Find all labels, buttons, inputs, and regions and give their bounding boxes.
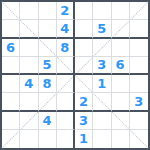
cell-r4c8[interactable]: [130, 57, 148, 75]
cell-r6c3[interactable]: [39, 93, 57, 111]
sudoku-board: 2456853648123431: [0, 0, 150, 150]
cell-r2c5[interactable]: [75, 20, 93, 38]
cell-r7c2[interactable]: [20, 112, 38, 130]
cell-r6c2[interactable]: [20, 93, 38, 111]
cell-r5c7[interactable]: [112, 75, 130, 93]
cell-r2c6[interactable]: 5: [93, 20, 111, 38]
cell-r1c3[interactable]: [39, 2, 57, 20]
cell-r3c1[interactable]: 6: [2, 39, 20, 57]
cell-r1c6[interactable]: [93, 2, 111, 20]
cell-r7c5[interactable]: 3: [75, 112, 93, 130]
cell-r5c2[interactable]: 4: [20, 75, 38, 93]
cell-r6c8[interactable]: 3: [130, 93, 148, 111]
cell-r4c7[interactable]: 6: [112, 57, 130, 75]
cell-r4c5[interactable]: [75, 57, 93, 75]
cell-r3c8[interactable]: [130, 39, 148, 57]
cell-r4c6[interactable]: 3: [93, 57, 111, 75]
cell-r3c7[interactable]: [112, 39, 130, 57]
cell-r8c8[interactable]: [130, 130, 148, 148]
cell-r8c4[interactable]: [57, 130, 75, 148]
cell-r7c6[interactable]: [93, 112, 111, 130]
cell-r7c1[interactable]: [2, 112, 20, 130]
cell-r1c8[interactable]: [130, 2, 148, 20]
cell-r5c5[interactable]: [75, 75, 93, 93]
cell-r5c4[interactable]: [57, 75, 75, 93]
cell-r6c4[interactable]: [57, 93, 75, 111]
cell-r4c2[interactable]: [20, 57, 38, 75]
cell-r4c3[interactable]: 5: [39, 57, 57, 75]
cell-r2c8[interactable]: [130, 20, 148, 38]
cell-r6c5[interactable]: 2: [75, 93, 93, 111]
cell-r6c1[interactable]: [2, 93, 20, 111]
cell-r3c6[interactable]: [93, 39, 111, 57]
cell-r1c7[interactable]: [112, 2, 130, 20]
cell-r7c4[interactable]: [57, 112, 75, 130]
cell-r2c4[interactable]: 4: [57, 20, 75, 38]
cell-r2c7[interactable]: [112, 20, 130, 38]
cell-r8c6[interactable]: [93, 130, 111, 148]
cell-r1c5[interactable]: [75, 2, 93, 20]
cell-r5c8[interactable]: [130, 75, 148, 93]
cell-r7c7[interactable]: [112, 112, 130, 130]
cell-r8c1[interactable]: [2, 130, 20, 148]
cell-r6c6[interactable]: [93, 93, 111, 111]
cell-r5c3[interactable]: 8: [39, 75, 57, 93]
cell-r3c5[interactable]: [75, 39, 93, 57]
cell-r7c3[interactable]: 4: [39, 112, 57, 130]
cell-r8c5[interactable]: 1: [75, 130, 93, 148]
cell-r4c4[interactable]: [57, 57, 75, 75]
cell-r8c3[interactable]: [39, 130, 57, 148]
cell-r1c2[interactable]: [20, 2, 38, 20]
cell-r6c7[interactable]: [112, 93, 130, 111]
cell-r4c1[interactable]: [2, 57, 20, 75]
cell-r3c3[interactable]: [39, 39, 57, 57]
cell-r2c1[interactable]: [2, 20, 20, 38]
cell-r5c6[interactable]: 1: [93, 75, 111, 93]
cell-r3c2[interactable]: [20, 39, 38, 57]
sudoku-grid: 2456853648123431: [2, 2, 148, 148]
cell-r2c3[interactable]: [39, 20, 57, 38]
cell-r1c1[interactable]: [2, 2, 20, 20]
cell-r1c4[interactable]: 2: [57, 2, 75, 20]
cell-r5c1[interactable]: [2, 75, 20, 93]
cell-r3c4[interactable]: 8: [57, 39, 75, 57]
cell-r2c2[interactable]: [20, 20, 38, 38]
cell-r8c7[interactable]: [112, 130, 130, 148]
cell-r8c2[interactable]: [20, 130, 38, 148]
cell-r7c8[interactable]: [130, 112, 148, 130]
